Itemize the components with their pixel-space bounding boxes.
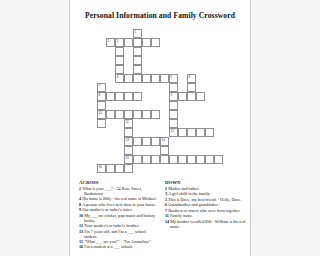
grid-cell[interactable] bbox=[151, 155, 160, 164]
grid-cell[interactable] bbox=[133, 137, 142, 146]
void-cell bbox=[187, 38, 196, 47]
void-cell bbox=[124, 47, 133, 56]
void-cell bbox=[187, 164, 196, 173]
grid-cell[interactable] bbox=[187, 92, 196, 101]
void-cell bbox=[106, 74, 115, 83]
grid-cell[interactable]: 2 bbox=[106, 38, 115, 47]
void-cell bbox=[142, 56, 151, 65]
grid-cell[interactable]: 1 bbox=[133, 29, 142, 38]
void-cell bbox=[124, 101, 133, 110]
grid-cell[interactable] bbox=[142, 155, 151, 164]
grid-cell[interactable] bbox=[133, 74, 142, 83]
grid-cell[interactable] bbox=[169, 110, 178, 119]
grid-cell[interactable]: 6 bbox=[187, 74, 196, 83]
clue-number: 15 bbox=[126, 156, 130, 160]
grid-cell[interactable] bbox=[169, 119, 178, 128]
void-cell bbox=[151, 128, 160, 137]
void-cell bbox=[133, 119, 142, 128]
void-cell bbox=[214, 56, 223, 65]
void-cell bbox=[205, 101, 214, 110]
void-cell bbox=[196, 119, 205, 128]
clue-item-number: 2 bbox=[79, 186, 82, 191]
void-cell bbox=[106, 155, 115, 164]
void-cell bbox=[115, 137, 124, 146]
across-header: ACROSS bbox=[79, 180, 158, 185]
void-cell bbox=[187, 119, 196, 128]
grid-cell[interactable] bbox=[178, 92, 187, 101]
clue-item-number: 11 bbox=[165, 213, 170, 218]
grid-cell[interactable] bbox=[169, 155, 178, 164]
void-cell bbox=[178, 56, 187, 65]
grid-cell[interactable]: 10 bbox=[97, 110, 106, 119]
void-cell bbox=[142, 164, 151, 173]
void-cell bbox=[151, 65, 160, 74]
void-cell bbox=[106, 146, 115, 155]
grid-cell[interactable] bbox=[151, 137, 160, 146]
void-cell bbox=[187, 110, 196, 119]
grid-cell[interactable] bbox=[133, 38, 142, 47]
clue-item-number: 15 bbox=[79, 239, 84, 244]
clue-number: 10 bbox=[99, 111, 103, 115]
void-cell bbox=[205, 110, 214, 119]
void-cell bbox=[124, 56, 133, 65]
clue-item: 3 A girl child in the family. bbox=[165, 191, 247, 196]
void-cell bbox=[106, 101, 115, 110]
clue-lists: ACROSS 2 What is your ___? - 34 Rose Str… bbox=[79, 180, 247, 250]
void-cell bbox=[151, 47, 160, 56]
clue-item-number: 14 bbox=[165, 219, 170, 224]
void-cell bbox=[160, 29, 169, 38]
grid-cell[interactable] bbox=[115, 110, 124, 119]
clue-item: 7 Brothers or sisters who were born toge… bbox=[165, 208, 247, 213]
void-cell bbox=[169, 137, 178, 146]
void-cell bbox=[160, 47, 169, 56]
void-cell bbox=[160, 92, 169, 101]
void-cell bbox=[178, 47, 187, 56]
grid-cell[interactable] bbox=[115, 47, 124, 56]
grid-cell[interactable] bbox=[142, 137, 151, 146]
void-cell bbox=[133, 146, 142, 155]
void-cell bbox=[214, 110, 223, 119]
void-cell bbox=[106, 56, 115, 65]
clue-number: 1 bbox=[135, 30, 137, 34]
void-cell bbox=[151, 164, 160, 173]
void-cell bbox=[196, 74, 205, 83]
void-cell bbox=[115, 101, 124, 110]
void-cell bbox=[178, 83, 187, 92]
grid-cell[interactable]: 16 bbox=[97, 164, 106, 173]
void-cell bbox=[178, 110, 187, 119]
void-cell bbox=[178, 29, 187, 38]
grid-cell[interactable] bbox=[124, 110, 133, 119]
void-cell bbox=[142, 101, 151, 110]
clue-item: 13 I'm 7 years old, and I'm a ___ school… bbox=[79, 229, 158, 239]
grid-cell[interactable] bbox=[133, 65, 142, 74]
grid-cell[interactable] bbox=[133, 155, 142, 164]
clue-item: 12 Your mother's or father's brother. bbox=[79, 223, 158, 228]
void-cell bbox=[124, 83, 133, 92]
void-cell bbox=[97, 29, 106, 38]
void-cell bbox=[142, 29, 151, 38]
across-list: 2 What is your ___? - 34 Rose Street, Ba… bbox=[79, 186, 158, 250]
void-cell bbox=[160, 83, 169, 92]
grid-cell[interactable]: 8 bbox=[97, 92, 106, 101]
clue-number: 6 bbox=[189, 75, 191, 79]
grid-cell[interactable] bbox=[97, 101, 106, 110]
void-cell bbox=[205, 74, 214, 83]
void-cell bbox=[214, 65, 223, 74]
grid-cell[interactable] bbox=[142, 110, 151, 119]
void-cell bbox=[106, 29, 115, 38]
clue-number: 16 bbox=[99, 165, 103, 169]
void-cell bbox=[142, 83, 151, 92]
crossword-grid: 12345678910111213141516 bbox=[97, 29, 223, 173]
void-cell bbox=[142, 128, 151, 137]
void-cell bbox=[115, 146, 124, 155]
void-cell bbox=[169, 65, 178, 74]
void-cell bbox=[187, 47, 196, 56]
void-cell bbox=[187, 65, 196, 74]
grid-cell[interactable] bbox=[115, 164, 124, 173]
grid-cell[interactable]: 5 bbox=[169, 74, 178, 83]
grid-cell[interactable] bbox=[142, 74, 151, 83]
void-cell bbox=[106, 128, 115, 137]
void-cell bbox=[124, 65, 133, 74]
clue-item: 14 My brother is called Bill - William i… bbox=[165, 219, 247, 229]
clue-item: 4 His name is Billy - his real name is M… bbox=[79, 196, 158, 201]
void-cell bbox=[151, 92, 160, 101]
grid-cell[interactable] bbox=[160, 155, 169, 164]
grid-cell[interactable] bbox=[160, 146, 169, 155]
void-cell bbox=[160, 119, 169, 128]
void-cell bbox=[178, 74, 187, 83]
void-cell bbox=[142, 47, 151, 56]
void-cell bbox=[160, 38, 169, 47]
grid-cell[interactable] bbox=[205, 155, 214, 164]
clue-number: 9 bbox=[171, 93, 173, 97]
page-title: Personal Information and Family Crosswor… bbox=[70, 0, 250, 20]
clue-item: 11 Family name. bbox=[165, 213, 247, 218]
void-cell bbox=[97, 74, 106, 83]
void-cell bbox=[214, 146, 223, 155]
clue-item: 16 I'm a student at a ___ school. bbox=[79, 244, 158, 249]
grid-cell[interactable] bbox=[187, 155, 196, 164]
void-cell bbox=[97, 56, 106, 65]
void-cell bbox=[160, 128, 169, 137]
clue-item-number: 12 bbox=[79, 223, 84, 228]
clue-number: 3 bbox=[117, 39, 119, 43]
void-cell bbox=[169, 56, 178, 65]
grid-cell[interactable]: 13 bbox=[124, 137, 133, 146]
down-header: DOWN bbox=[165, 180, 247, 185]
void-cell bbox=[115, 29, 124, 38]
void-cell bbox=[160, 110, 169, 119]
worksheet-page: Personal Information and Family Crosswor… bbox=[70, 0, 250, 256]
void-cell bbox=[133, 101, 142, 110]
clue-item-number: 13 bbox=[79, 229, 84, 234]
clue-item-number: 16 bbox=[79, 244, 84, 249]
clue-item: 9 Our mother's or father's sister. bbox=[79, 207, 158, 212]
grid-cell[interactable] bbox=[115, 56, 124, 65]
void-cell bbox=[97, 38, 106, 47]
void-cell bbox=[196, 146, 205, 155]
clue-item-number: 1 bbox=[165, 186, 168, 191]
void-cell bbox=[106, 65, 115, 74]
grid-cell[interactable] bbox=[115, 92, 124, 101]
grid-cell[interactable] bbox=[160, 74, 169, 83]
void-cell bbox=[196, 38, 205, 47]
clue-number: 2 bbox=[108, 39, 110, 43]
void-cell bbox=[106, 137, 115, 146]
void-cell bbox=[187, 146, 196, 155]
void-cell bbox=[178, 164, 187, 173]
grid-cell[interactable] bbox=[124, 146, 133, 155]
clue-item-number: 8 bbox=[79, 202, 82, 207]
void-cell bbox=[196, 83, 205, 92]
void-cell bbox=[187, 56, 196, 65]
grid-cell[interactable] bbox=[133, 47, 142, 56]
grid-cell[interactable] bbox=[169, 83, 178, 92]
void-cell bbox=[106, 83, 115, 92]
void-cell bbox=[196, 110, 205, 119]
void-cell bbox=[205, 83, 214, 92]
void-cell bbox=[205, 29, 214, 38]
void-cell bbox=[106, 47, 115, 56]
void-cell bbox=[169, 38, 178, 47]
void-cell bbox=[187, 29, 196, 38]
grid-cell[interactable] bbox=[124, 128, 133, 137]
clue-item: 8 A person who lives next door to your h… bbox=[79, 202, 158, 207]
grid-cell[interactable] bbox=[151, 110, 160, 119]
void-cell bbox=[151, 146, 160, 155]
void-cell bbox=[214, 38, 223, 47]
clue-item-number: 4 bbox=[79, 196, 82, 201]
across-clues-column: ACROSS 2 What is your ___? - 34 Rose Str… bbox=[79, 180, 158, 250]
grid-cell[interactable] bbox=[106, 164, 115, 173]
grid-cell[interactable] bbox=[169, 101, 178, 110]
void-cell bbox=[169, 29, 178, 38]
clue-number: 12 bbox=[171, 129, 175, 133]
grid-cell[interactable] bbox=[187, 83, 196, 92]
void-cell bbox=[97, 146, 106, 155]
clue-item: 6 Grandmother and grandfather. bbox=[165, 202, 247, 207]
void-cell bbox=[214, 128, 223, 137]
grid-cell[interactable] bbox=[106, 110, 115, 119]
grid-cell[interactable] bbox=[151, 38, 160, 47]
void-cell bbox=[142, 146, 151, 155]
grid-cell[interactable]: 14 bbox=[160, 137, 169, 146]
grid-cell[interactable] bbox=[124, 38, 133, 47]
clue-number: 5 bbox=[171, 75, 173, 79]
void-cell bbox=[178, 101, 187, 110]
grid-cell[interactable] bbox=[124, 164, 133, 173]
void-cell bbox=[178, 146, 187, 155]
void-cell bbox=[133, 128, 142, 137]
grid-cell[interactable] bbox=[133, 92, 142, 101]
grid-cell[interactable] bbox=[142, 38, 151, 47]
clue-number: 8 bbox=[99, 93, 101, 97]
down-list: 1 Mother and father.3 A girl child in th… bbox=[165, 186, 247, 229]
void-cell bbox=[214, 74, 223, 83]
void-cell bbox=[169, 164, 178, 173]
void-cell bbox=[214, 119, 223, 128]
void-cell bbox=[196, 56, 205, 65]
void-cell bbox=[115, 155, 124, 164]
grid-cell[interactable] bbox=[196, 92, 205, 101]
void-cell bbox=[151, 101, 160, 110]
void-cell bbox=[214, 83, 223, 92]
clue-item-number: 6 bbox=[165, 202, 168, 207]
void-cell bbox=[97, 155, 106, 164]
void-cell bbox=[97, 47, 106, 56]
clue-item-number: 9 bbox=[79, 207, 82, 212]
void-cell bbox=[214, 164, 223, 173]
void-cell bbox=[205, 119, 214, 128]
grid-cell[interactable]: 11 bbox=[124, 119, 133, 128]
void-cell bbox=[205, 137, 214, 146]
void-cell bbox=[205, 56, 214, 65]
void-cell bbox=[133, 83, 142, 92]
grid-cell[interactable] bbox=[214, 155, 223, 164]
grid-cell[interactable] bbox=[151, 74, 160, 83]
void-cell bbox=[124, 29, 133, 38]
void-cell bbox=[196, 47, 205, 56]
grid-cell[interactable] bbox=[115, 65, 124, 74]
grid-cell[interactable]: 3 bbox=[115, 38, 124, 47]
void-cell bbox=[142, 65, 151, 74]
void-cell bbox=[160, 65, 169, 74]
void-cell bbox=[151, 56, 160, 65]
void-cell bbox=[196, 29, 205, 38]
void-cell bbox=[106, 119, 115, 128]
void-cell bbox=[214, 47, 223, 56]
clue-number: 14 bbox=[162, 138, 166, 142]
void-cell bbox=[205, 38, 214, 47]
void-cell bbox=[196, 65, 205, 74]
void-cell bbox=[178, 38, 187, 47]
void-cell bbox=[178, 119, 187, 128]
grid-cell[interactable]: 7 bbox=[97, 83, 106, 92]
clue-item-number: 5 bbox=[165, 197, 168, 202]
clue-item-number: 7 bbox=[165, 208, 168, 213]
grid-cell[interactable] bbox=[196, 128, 205, 137]
void-cell bbox=[133, 164, 142, 173]
void-cell bbox=[205, 164, 214, 173]
void-cell bbox=[196, 137, 205, 146]
void-cell bbox=[160, 164, 169, 173]
clue-number: 4 bbox=[117, 75, 119, 79]
clue-item: 10 My ___ are cricket, pop music and his… bbox=[79, 213, 158, 223]
clue-item: 1 Mother and father. bbox=[165, 186, 247, 191]
grid-cell[interactable]: 9 bbox=[169, 92, 178, 101]
void-cell bbox=[214, 29, 223, 38]
clue-item-number: 10 bbox=[79, 213, 84, 218]
void-cell bbox=[214, 101, 223, 110]
clue-number: 7 bbox=[99, 84, 101, 88]
void-cell bbox=[151, 83, 160, 92]
void-cell bbox=[178, 137, 187, 146]
grid-cell[interactable] bbox=[106, 92, 115, 101]
clue-item-number: 3 bbox=[165, 191, 168, 196]
void-cell bbox=[205, 146, 214, 155]
grid-cell[interactable] bbox=[124, 92, 133, 101]
void-cell bbox=[160, 101, 169, 110]
void-cell bbox=[151, 119, 160, 128]
grid-cell[interactable] bbox=[124, 74, 133, 83]
void-cell bbox=[97, 65, 106, 74]
grid-cell[interactable]: 15 bbox=[124, 155, 133, 164]
void-cell bbox=[151, 29, 160, 38]
void-cell bbox=[160, 56, 169, 65]
void-cell bbox=[97, 137, 106, 146]
grid-cell[interactable] bbox=[133, 56, 142, 65]
void-cell bbox=[214, 137, 223, 146]
void-cell bbox=[187, 137, 196, 146]
void-cell bbox=[142, 119, 151, 128]
grid-cell[interactable] bbox=[133, 110, 142, 119]
clue-item: 15 "What ___ are you?" - "I'm Australian… bbox=[79, 239, 158, 244]
grid-cell[interactable] bbox=[97, 119, 106, 128]
clue-item: 2 What is your ___? - 34 Rose Street, Ba… bbox=[79, 186, 158, 196]
grid-cell[interactable] bbox=[205, 128, 214, 137]
void-cell bbox=[196, 164, 205, 173]
clue-item: 5 This is Dave, my best friend. - Hello,… bbox=[165, 197, 247, 202]
grid-cell[interactable]: 4 bbox=[115, 74, 124, 83]
void-cell bbox=[115, 119, 124, 128]
void-cell bbox=[115, 128, 124, 137]
void-cell bbox=[205, 92, 214, 101]
void-cell bbox=[187, 101, 196, 110]
void-cell bbox=[205, 65, 214, 74]
clue-number: 13 bbox=[126, 138, 130, 142]
void-cell bbox=[169, 146, 178, 155]
void-cell bbox=[214, 92, 223, 101]
void-cell bbox=[97, 128, 106, 137]
void-cell bbox=[178, 65, 187, 74]
void-cell bbox=[142, 92, 151, 101]
grid-cell[interactable] bbox=[178, 155, 187, 164]
down-clues-column: DOWN 1 Mother and father.3 A girl child … bbox=[165, 180, 247, 250]
void-cell bbox=[169, 47, 178, 56]
void-cell bbox=[196, 101, 205, 110]
clue-number: 11 bbox=[126, 120, 129, 124]
grid-cell[interactable] bbox=[196, 155, 205, 164]
void-cell bbox=[115, 83, 124, 92]
grid-cell[interactable] bbox=[178, 128, 187, 137]
grid-cell[interactable] bbox=[187, 128, 196, 137]
void-cell bbox=[205, 47, 214, 56]
grid-cell[interactable]: 12 bbox=[169, 128, 178, 137]
